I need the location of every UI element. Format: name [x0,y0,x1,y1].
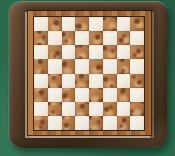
square-f6[interactable] [103,45,117,59]
square-g2[interactable] [117,102,131,116]
square-a8[interactable] [34,17,48,31]
square-a3[interactable] [34,88,48,102]
square-f3[interactable] [103,88,117,102]
square-b3[interactable] [48,88,62,102]
square-e5[interactable] [89,59,103,73]
square-e7[interactable] [89,31,103,45]
square-d7[interactable] [75,31,89,45]
square-c5[interactable] [62,59,76,73]
square-c1[interactable] [62,116,76,130]
square-e4[interactable] [89,74,103,88]
square-c4[interactable] [62,74,76,88]
square-b4[interactable] [48,74,62,88]
square-f8[interactable] [103,17,117,31]
square-h7[interactable] [130,31,144,45]
chess-board [33,16,145,131]
square-c6[interactable] [62,45,76,59]
square-h3[interactable] [130,88,144,102]
square-a2[interactable] [34,102,48,116]
square-h5[interactable] [130,59,144,73]
square-d6[interactable] [75,45,89,59]
square-d5[interactable] [75,59,89,73]
square-d1[interactable] [75,116,89,130]
square-f5[interactable] [103,59,117,73]
square-d2[interactable] [75,102,89,116]
board-panel [28,11,151,135]
square-a7[interactable] [34,31,48,45]
square-e8[interactable] [89,17,103,31]
square-e6[interactable] [89,45,103,59]
square-b5[interactable] [48,59,62,73]
square-f1[interactable] [103,116,117,130]
square-h4[interactable] [130,74,144,88]
square-b7[interactable] [48,31,62,45]
square-c2[interactable] [62,102,76,116]
square-h1[interactable] [130,116,144,130]
square-a5[interactable] [34,59,48,73]
square-g4[interactable] [117,74,131,88]
square-h2[interactable] [130,102,144,116]
board-frame [9,2,167,148]
square-b6[interactable] [48,45,62,59]
square-g7[interactable] [117,31,131,45]
square-a6[interactable] [34,45,48,59]
square-f2[interactable] [103,102,117,116]
square-d4[interactable] [75,74,89,88]
square-h6[interactable] [130,45,144,59]
square-e1[interactable] [89,116,103,130]
square-d8[interactable] [75,17,89,31]
square-b8[interactable] [48,17,62,31]
square-g5[interactable] [117,59,131,73]
square-c8[interactable] [62,17,76,31]
square-f4[interactable] [103,74,117,88]
square-g1[interactable] [117,116,131,130]
photo-background [0,0,175,156]
square-e3[interactable] [89,88,103,102]
square-e2[interactable] [89,102,103,116]
square-g3[interactable] [117,88,131,102]
square-c3[interactable] [62,88,76,102]
square-h8[interactable] [130,17,144,31]
square-g8[interactable] [117,17,131,31]
square-d3[interactable] [75,88,89,102]
square-b2[interactable] [48,102,62,116]
square-g6[interactable] [117,45,131,59]
square-b1[interactable] [48,116,62,130]
square-f7[interactable] [103,31,117,45]
square-c7[interactable] [62,31,76,45]
square-a1[interactable] [34,116,48,130]
square-a4[interactable] [34,74,48,88]
